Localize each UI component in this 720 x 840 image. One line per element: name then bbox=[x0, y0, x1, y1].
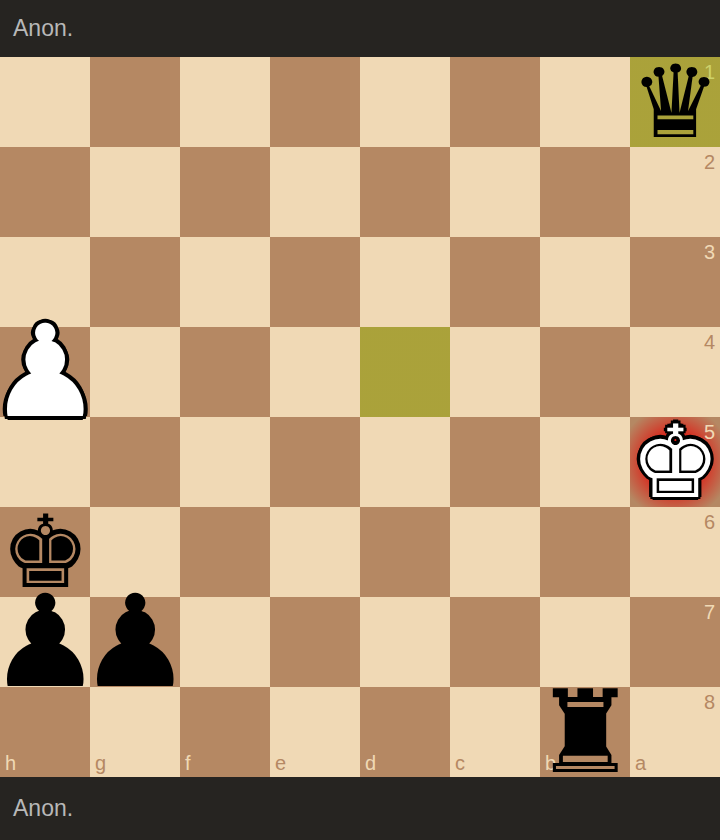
square-g3[interactable] bbox=[90, 237, 180, 327]
square-f8[interactable]: f bbox=[180, 687, 270, 777]
square-d4[interactable] bbox=[360, 327, 450, 417]
square-e5[interactable] bbox=[270, 417, 360, 507]
square-e7[interactable] bbox=[270, 597, 360, 687]
bottom-player-name: Anon. bbox=[13, 795, 73, 822]
square-b4[interactable] bbox=[540, 327, 630, 417]
square-g5[interactable] bbox=[90, 417, 180, 507]
square-e4[interactable] bbox=[270, 327, 360, 417]
square-f1[interactable] bbox=[180, 57, 270, 147]
square-c2[interactable] bbox=[450, 147, 540, 237]
top-player-name: Anon. bbox=[13, 15, 73, 42]
square-d8[interactable]: d bbox=[360, 687, 450, 777]
square-d7[interactable] bbox=[360, 597, 450, 687]
rank-label-7: 7 bbox=[704, 602, 715, 622]
square-c5[interactable] bbox=[450, 417, 540, 507]
rank-label-4: 4 bbox=[704, 332, 715, 352]
square-e8[interactable]: e bbox=[270, 687, 360, 777]
file-label-c: c bbox=[455, 753, 465, 773]
top-player-bar: Anon. bbox=[0, 0, 720, 57]
square-f5[interactable] bbox=[180, 417, 270, 507]
square-b6[interactable] bbox=[540, 507, 630, 597]
square-c3[interactable] bbox=[450, 237, 540, 327]
square-a3[interactable]: 3 bbox=[630, 237, 720, 327]
square-f6[interactable] bbox=[180, 507, 270, 597]
white-king-piece[interactable]: ♚ bbox=[630, 412, 720, 513]
file-label-e: e bbox=[275, 753, 286, 773]
square-d3[interactable] bbox=[360, 237, 450, 327]
black-queen-piece[interactable]: ♛ bbox=[630, 52, 720, 153]
square-a2[interactable]: 2 bbox=[630, 147, 720, 237]
square-h4[interactable]: ♟ bbox=[0, 327, 90, 417]
square-b8[interactable]: b♜ bbox=[540, 687, 630, 777]
square-c8[interactable]: c bbox=[450, 687, 540, 777]
chess-board: 1♛23♟45♚♚6♟♟7hgfedcb♜8a bbox=[0, 57, 720, 777]
square-c7[interactable] bbox=[450, 597, 540, 687]
square-b3[interactable] bbox=[540, 237, 630, 327]
square-g2[interactable] bbox=[90, 147, 180, 237]
square-e2[interactable] bbox=[270, 147, 360, 237]
rank-label-3: 3 bbox=[704, 242, 715, 262]
file-label-f: f bbox=[185, 753, 191, 773]
square-d6[interactable] bbox=[360, 507, 450, 597]
square-c6[interactable] bbox=[450, 507, 540, 597]
file-label-d: d bbox=[365, 753, 376, 773]
square-a7[interactable]: 7 bbox=[630, 597, 720, 687]
square-f2[interactable] bbox=[180, 147, 270, 237]
square-e1[interactable] bbox=[270, 57, 360, 147]
square-g1[interactable] bbox=[90, 57, 180, 147]
square-c1[interactable] bbox=[450, 57, 540, 147]
square-e3[interactable] bbox=[270, 237, 360, 327]
black-pawn-piece[interactable]: ♟ bbox=[78, 578, 193, 706]
square-g4[interactable] bbox=[90, 327, 180, 417]
square-d1[interactable] bbox=[360, 57, 450, 147]
file-label-h: h bbox=[5, 753, 16, 773]
square-g7[interactable]: ♟ bbox=[90, 597, 180, 687]
square-d2[interactable] bbox=[360, 147, 450, 237]
square-b5[interactable] bbox=[540, 417, 630, 507]
square-a6[interactable]: 6 bbox=[630, 507, 720, 597]
square-b1[interactable] bbox=[540, 57, 630, 147]
square-f4[interactable] bbox=[180, 327, 270, 417]
white-pawn-piece[interactable]: ♟ bbox=[0, 308, 102, 436]
square-b2[interactable] bbox=[540, 147, 630, 237]
rank-label-8: 8 bbox=[704, 692, 715, 712]
square-c4[interactable] bbox=[450, 327, 540, 417]
square-h1[interactable] bbox=[0, 57, 90, 147]
square-d5[interactable] bbox=[360, 417, 450, 507]
square-a5[interactable]: 5♚ bbox=[630, 417, 720, 507]
square-f7[interactable] bbox=[180, 597, 270, 687]
square-a8[interactable]: 8a bbox=[630, 687, 720, 777]
square-h2[interactable] bbox=[0, 147, 90, 237]
square-a1[interactable]: 1♛ bbox=[630, 57, 720, 147]
square-f3[interactable] bbox=[180, 237, 270, 327]
black-rook-piece[interactable]: ♜ bbox=[533, 674, 636, 789]
square-h7[interactable]: ♟ bbox=[0, 597, 90, 687]
square-e6[interactable] bbox=[270, 507, 360, 597]
file-label-g: g bbox=[95, 753, 106, 773]
